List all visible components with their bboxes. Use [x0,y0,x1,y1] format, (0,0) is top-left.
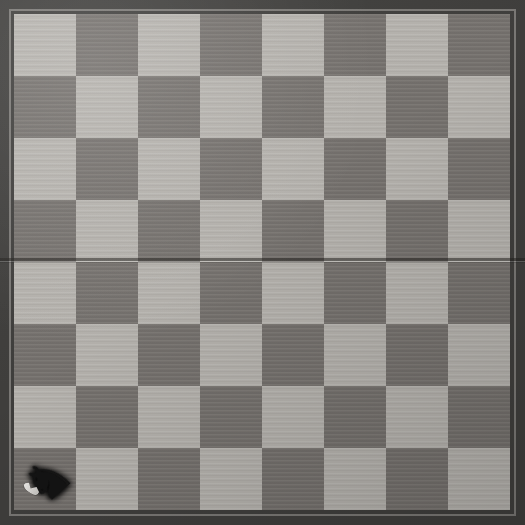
square-d8[interactable] [200,14,262,76]
square-e3[interactable] [262,324,324,386]
square-g7[interactable] [386,76,448,138]
square-g3[interactable] [386,324,448,386]
square-f4[interactable] [324,262,386,324]
square-f1[interactable] [324,448,386,510]
square-c6[interactable] [138,138,200,200]
square-a6[interactable] [14,138,76,200]
square-e1[interactable] [262,448,324,510]
square-c3[interactable] [138,324,200,386]
square-h4[interactable] [448,262,510,324]
square-e8[interactable] [262,14,324,76]
square-b1[interactable] [76,448,138,510]
square-d2[interactable] [200,386,262,448]
square-f6[interactable] [324,138,386,200]
square-c1[interactable] [138,448,200,510]
square-h8[interactable] [448,14,510,76]
square-d7[interactable] [200,76,262,138]
chess-board: ♞ [14,14,510,510]
square-f5[interactable] [324,200,386,262]
square-a4[interactable] [14,262,76,324]
square-d3[interactable] [200,324,262,386]
square-b4[interactable] [76,262,138,324]
square-b8[interactable] [76,14,138,76]
square-c2[interactable] [138,386,200,448]
square-f2[interactable] [324,386,386,448]
square-d5[interactable] [200,200,262,262]
square-a7[interactable] [14,76,76,138]
square-g1[interactable] [386,448,448,510]
square-g2[interactable] [386,386,448,448]
square-a8[interactable] [14,14,76,76]
black-knight-glyph: ♞ [12,445,81,515]
square-c8[interactable] [138,14,200,76]
square-c5[interactable] [138,200,200,262]
square-a5[interactable] [14,200,76,262]
square-h1[interactable] [448,448,510,510]
square-a1[interactable]: ♞ [14,448,76,510]
square-b6[interactable] [76,138,138,200]
square-h2[interactable] [448,386,510,448]
square-e4[interactable] [262,262,324,324]
square-e6[interactable] [262,138,324,200]
square-h6[interactable] [448,138,510,200]
square-h5[interactable] [448,200,510,262]
square-b2[interactable] [76,386,138,448]
square-g6[interactable] [386,138,448,200]
square-g4[interactable] [386,262,448,324]
square-d4[interactable] [200,262,262,324]
black-knight[interactable]: ♞ [14,448,76,510]
square-f3[interactable] [324,324,386,386]
square-e7[interactable] [262,76,324,138]
square-e2[interactable] [262,386,324,448]
square-b7[interactable] [76,76,138,138]
chessboard-photo: ♞ [0,0,525,525]
square-a3[interactable] [14,324,76,386]
square-g5[interactable] [386,200,448,262]
square-b3[interactable] [76,324,138,386]
square-f8[interactable] [324,14,386,76]
square-d1[interactable] [200,448,262,510]
square-a2[interactable] [14,386,76,448]
square-c7[interactable] [138,76,200,138]
square-c4[interactable] [138,262,200,324]
square-g8[interactable] [386,14,448,76]
square-h7[interactable] [448,76,510,138]
square-f7[interactable] [324,76,386,138]
square-d6[interactable] [200,138,262,200]
square-b5[interactable] [76,200,138,262]
square-h3[interactable] [448,324,510,386]
square-e5[interactable] [262,200,324,262]
